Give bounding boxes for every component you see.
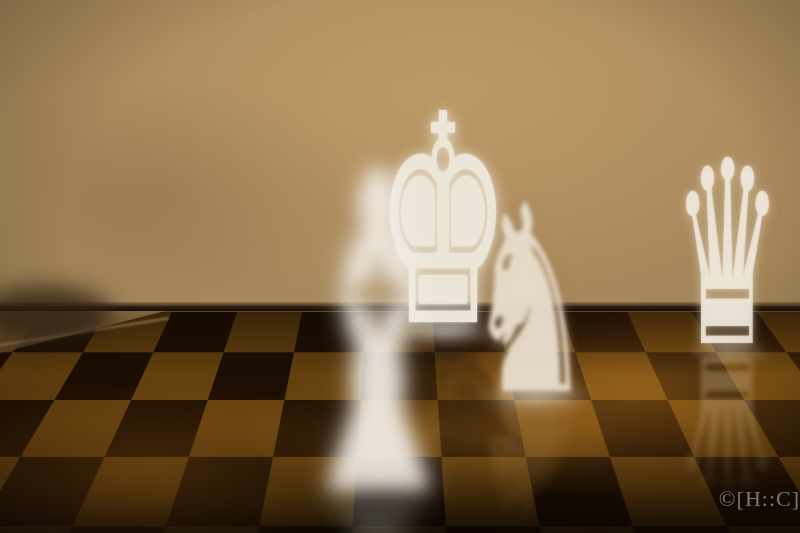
photographer-watermark: ©[H::C] <box>688 486 800 512</box>
chess-photo-scene: ♚ ♛ ♞ ♝ ♛ ♚ ♞ ♝ ©[H::C] <box>0 0 800 533</box>
blurred-foreground-piece: ♝ <box>218 173 538 503</box>
